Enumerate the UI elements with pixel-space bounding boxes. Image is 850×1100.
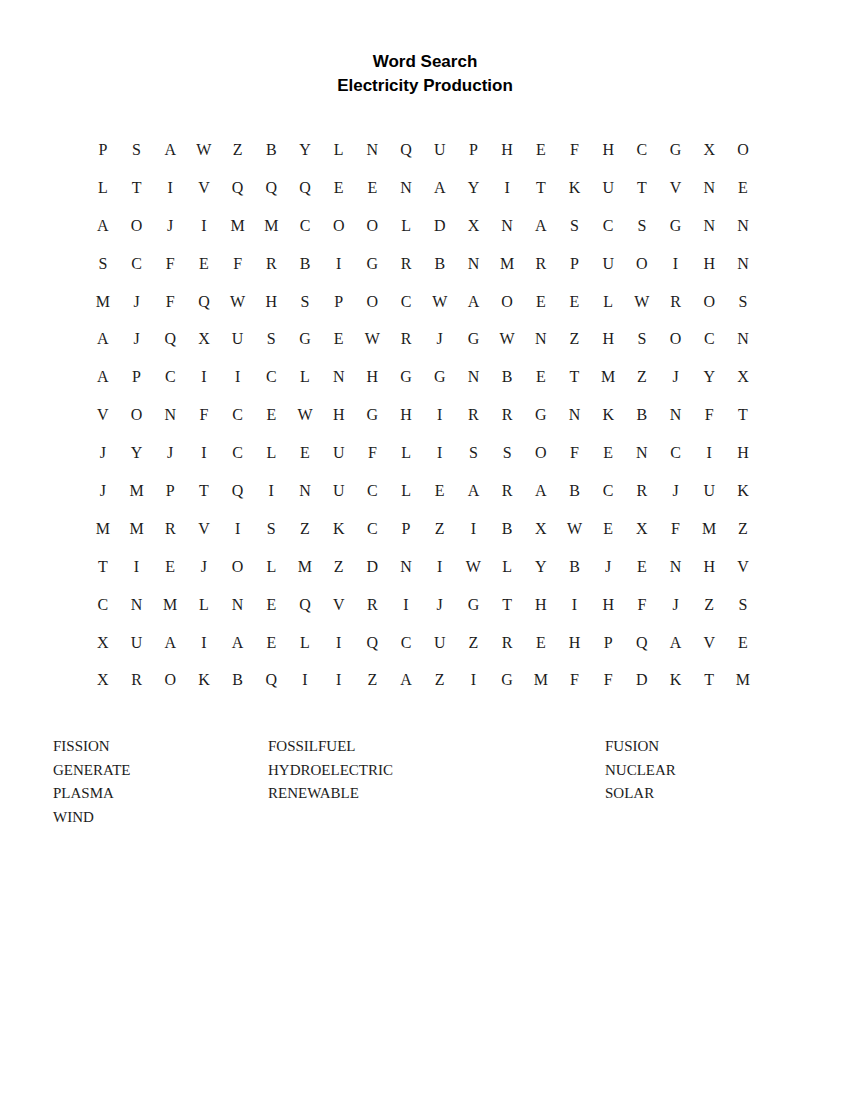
grid-cell-r12c8: Z <box>322 548 356 586</box>
grid-cell-r1c17: C <box>625 131 659 169</box>
grid-cell-r9c17: N <box>625 434 659 472</box>
grid-cell-r13c2: N <box>120 586 154 624</box>
grid-cell-r7c1: A <box>86 358 120 396</box>
grid-cell-r3c13: N <box>490 207 524 245</box>
grid-cell-r2c3: I <box>153 169 187 207</box>
grid-cell-r2c1: L <box>86 169 120 207</box>
grid-cell-r10c11: E <box>423 472 457 510</box>
grid-cell-r1c3: A <box>153 131 187 169</box>
grid-cell-r15c9: Z <box>356 661 390 699</box>
grid-cell-r14c17: Q <box>625 624 659 662</box>
grid-cell-r5c18: R <box>659 283 693 321</box>
grid-cell-r14c9: Q <box>356 624 390 662</box>
grid-cell-r12c17: E <box>625 548 659 586</box>
grid-cell-r6c7: G <box>288 320 322 358</box>
grid-cell-r1c2: S <box>120 131 154 169</box>
grid-cell-r10c15: B <box>558 472 592 510</box>
grid-cell-r14c7: L <box>288 624 322 662</box>
grid-cell-r15c13: G <box>490 661 524 699</box>
grid-cell-r4c20: N <box>726 245 760 283</box>
grid-cell-r2c11: A <box>423 169 457 207</box>
grid-cell-r1c15: F <box>558 131 592 169</box>
grid-cell-r15c10: A <box>389 661 423 699</box>
grid-cell-r3c15: S <box>558 207 592 245</box>
puzzle-title-line2: Electricity Production <box>0 74 850 98</box>
grid-cell-r10c8: U <box>322 472 356 510</box>
grid-cell-r12c9: D <box>356 548 390 586</box>
grid-cell-r9c19: I <box>692 434 726 472</box>
grid-cell-r3c14: A <box>524 207 558 245</box>
grid-cell-r1c6: B <box>254 131 288 169</box>
grid-cell-r7c17: Z <box>625 358 659 396</box>
grid-cell-r9c8: U <box>322 434 356 472</box>
word-item-plasma: PLASMA <box>53 782 131 806</box>
word-item-fission: FISSION <box>53 735 131 759</box>
grid-cell-r6c4: X <box>187 320 221 358</box>
grid-cell-r6c20: N <box>726 320 760 358</box>
word-list: FISSIONGENERATEPLASMAWINDFOSSILFUELHYDRO… <box>0 735 850 845</box>
grid-cell-r6c12: G <box>457 320 491 358</box>
grid-cell-r10c7: N <box>288 472 322 510</box>
grid-cell-r5c3: F <box>153 283 187 321</box>
grid-cell-r2c20: E <box>726 169 760 207</box>
grid-cell-r3c16: C <box>591 207 625 245</box>
grid-cell-r11c19: M <box>692 510 726 548</box>
grid-cell-r15c5: B <box>221 661 255 699</box>
grid-cell-r2c16: U <box>591 169 625 207</box>
grid-cell-r11c15: W <box>558 510 592 548</box>
grid-cell-r14c3: A <box>153 624 187 662</box>
grid-cell-r14c5: A <box>221 624 255 662</box>
grid-cell-r5c9: O <box>356 283 390 321</box>
grid-cell-r6c3: Q <box>153 320 187 358</box>
grid-cell-r12c5: O <box>221 548 255 586</box>
grid-cell-r15c14: M <box>524 661 558 699</box>
grid-cell-r1c1: P <box>86 131 120 169</box>
word-item-solar: SOLAR <box>605 782 676 806</box>
grid-cell-r14c14: E <box>524 624 558 662</box>
grid-cell-r10c16: C <box>591 472 625 510</box>
grid-cell-r4c11: B <box>423 245 457 283</box>
grid-cell-r9c20: H <box>726 434 760 472</box>
grid-cell-r7c3: C <box>153 358 187 396</box>
grid-cell-r3c12: X <box>457 207 491 245</box>
grid-cell-r13c17: F <box>625 586 659 624</box>
grid-cell-r11c12: I <box>457 510 491 548</box>
grid-cell-r10c1: J <box>86 472 120 510</box>
word-item-hydroelectric: HYDROELECTRIC <box>268 759 393 783</box>
grid-cell-r15c17: D <box>625 661 659 699</box>
grid-cell-r15c20: M <box>726 661 760 699</box>
grid-cell-r15c15: F <box>558 661 592 699</box>
grid-cell-r10c4: T <box>187 472 221 510</box>
grid-cell-r6c5: U <box>221 320 255 358</box>
grid-cell-r11c17: X <box>625 510 659 548</box>
grid-cell-r8c2: O <box>120 396 154 434</box>
grid-cell-r4c9: G <box>356 245 390 283</box>
grid-cell-r14c1: X <box>86 624 120 662</box>
grid-cell-r11c6: S <box>254 510 288 548</box>
grid-cell-r2c14: T <box>524 169 558 207</box>
grid-cell-r10c20: K <box>726 472 760 510</box>
grid-cell-r7c6: C <box>254 358 288 396</box>
grid-cell-r12c20: V <box>726 548 760 586</box>
grid-cell-r15c11: Z <box>423 661 457 699</box>
grid-cell-r13c16: H <box>591 586 625 624</box>
worksheet-page: Word Search Electricity Production PSAWZ… <box>0 0 850 1100</box>
grid-cell-r5c12: A <box>457 283 491 321</box>
grid-cell-r5c20: S <box>726 283 760 321</box>
grid-cell-r6c10: R <box>389 320 423 358</box>
grid-cell-r2c18: V <box>659 169 693 207</box>
grid-cell-r11c5: I <box>221 510 255 548</box>
word-item-nuclear: NUCLEAR <box>605 759 676 783</box>
grid-cell-r5c1: M <box>86 283 120 321</box>
grid-cell-r13c6: E <box>254 586 288 624</box>
grid-cell-r8c6: E <box>254 396 288 434</box>
grid-cell-r13c9: R <box>356 586 390 624</box>
grid-cell-r3c18: G <box>659 207 693 245</box>
grid-cell-r10c5: Q <box>221 472 255 510</box>
grid-cell-r8c1: V <box>86 396 120 434</box>
grid-cell-r6c1: A <box>86 320 120 358</box>
grid-cell-r6c11: J <box>423 320 457 358</box>
grid-cell-r15c3: O <box>153 661 187 699</box>
word-item-fusion: FUSION <box>605 735 676 759</box>
grid-cell-r7c12: N <box>457 358 491 396</box>
grid-cell-r1c11: U <box>423 131 457 169</box>
grid-cell-r13c4: L <box>187 586 221 624</box>
grid-cell-r3c17: S <box>625 207 659 245</box>
grid-cell-r2c19: N <box>692 169 726 207</box>
grid-cell-r4c16: U <box>591 245 625 283</box>
grid-cell-r2c4: V <box>187 169 221 207</box>
grid-cell-r3c20: N <box>726 207 760 245</box>
grid-cell-r15c4: K <box>187 661 221 699</box>
grid-cell-r12c10: N <box>389 548 423 586</box>
grid-cell-r8c4: F <box>187 396 221 434</box>
grid-cell-r13c13: T <box>490 586 524 624</box>
grid-cell-r14c8: I <box>322 624 356 662</box>
grid-cell-r4c15: P <box>558 245 592 283</box>
grid-cell-r8c15: N <box>558 396 592 434</box>
grid-cell-r4c18: I <box>659 245 693 283</box>
grid-cell-r9c4: I <box>187 434 221 472</box>
grid-cell-r15c8: I <box>322 661 356 699</box>
grid-cell-r2c2: T <box>120 169 154 207</box>
grid-cell-r7c16: M <box>591 358 625 396</box>
grid-cell-r5c13: O <box>490 283 524 321</box>
grid-cell-r6c2: J <box>120 320 154 358</box>
grid-cell-r12c1: T <box>86 548 120 586</box>
grid-cell-r9c5: C <box>221 434 255 472</box>
grid-cell-r3c2: O <box>120 207 154 245</box>
grid-cell-r2c9: E <box>356 169 390 207</box>
grid-cell-r12c19: H <box>692 548 726 586</box>
grid-cell-r13c3: M <box>153 586 187 624</box>
grid-cell-r12c16: J <box>591 548 625 586</box>
grid-cell-r12c15: B <box>558 548 592 586</box>
grid-cell-r5c8: P <box>322 283 356 321</box>
grid-cell-r14c16: P <box>591 624 625 662</box>
grid-cell-r10c9: C <box>356 472 390 510</box>
word-item-fossilfuel: FOSSILFUEL <box>268 735 393 759</box>
grid-cell-r11c4: V <box>187 510 221 548</box>
grid-cell-r5c2: J <box>120 283 154 321</box>
grid-cell-r12c6: L <box>254 548 288 586</box>
grid-cell-r1c7: Y <box>288 131 322 169</box>
grid-cell-r4c8: I <box>322 245 356 283</box>
grid-cell-r3c6: M <box>254 207 288 245</box>
grid-cell-r10c3: P <box>153 472 187 510</box>
grid-cell-r9c15: F <box>558 434 592 472</box>
grid-cell-r11c10: P <box>389 510 423 548</box>
grid-cell-r2c13: I <box>490 169 524 207</box>
grid-cell-r11c11: Z <box>423 510 457 548</box>
grid-cell-r8c10: H <box>389 396 423 434</box>
grid-cell-r8c19: F <box>692 396 726 434</box>
grid-cell-r4c17: O <box>625 245 659 283</box>
grid-cell-r9c6: L <box>254 434 288 472</box>
grid-cell-r14c20: E <box>726 624 760 662</box>
grid-cell-r11c9: C <box>356 510 390 548</box>
grid-cell-r7c10: G <box>389 358 423 396</box>
grid-cell-r15c6: Q <box>254 661 288 699</box>
grid-cell-r13c5: N <box>221 586 255 624</box>
grid-cell-r6c9: W <box>356 320 390 358</box>
grid-cell-r5c10: C <box>389 283 423 321</box>
grid-cell-r10c18: J <box>659 472 693 510</box>
grid-cell-r13c8: V <box>322 586 356 624</box>
grid-cell-r5c15: E <box>558 283 592 321</box>
grid-cell-r13c20: S <box>726 586 760 624</box>
grid-cell-r10c17: R <box>625 472 659 510</box>
grid-cell-r1c4: W <box>187 131 221 169</box>
grid-cell-r5c14: E <box>524 283 558 321</box>
grid-cell-r8c3: N <box>153 396 187 434</box>
grid-cell-r3c9: O <box>356 207 390 245</box>
grid-cell-r5c6: H <box>254 283 288 321</box>
grid-cell-r6c15: Z <box>558 320 592 358</box>
grid-cell-r5c17: W <box>625 283 659 321</box>
grid-cell-r4c13: M <box>490 245 524 283</box>
grid-cell-r9c11: I <box>423 434 457 472</box>
grid-cell-r2c17: T <box>625 169 659 207</box>
word-search-grid: PSAWZBYLNQUPHEFHCGXOLTIVQQQEENAYITKUTVNE… <box>86 131 760 699</box>
grid-cell-r4c19: H <box>692 245 726 283</box>
grid-cell-r7c9: H <box>356 358 390 396</box>
grid-cell-r3c3: J <box>153 207 187 245</box>
grid-cell-r10c12: A <box>457 472 491 510</box>
grid-cell-r3c11: D <box>423 207 457 245</box>
grid-cell-r4c3: F <box>153 245 187 283</box>
word-item-generate: GENERATE <box>53 759 131 783</box>
grid-cell-r3c10: L <box>389 207 423 245</box>
grid-cell-r13c11: J <box>423 586 457 624</box>
grid-cell-r12c18: N <box>659 548 693 586</box>
grid-cell-r6c16: H <box>591 320 625 358</box>
grid-cell-r7c15: T <box>558 358 592 396</box>
grid-cell-r6c17: S <box>625 320 659 358</box>
grid-cell-r2c12: Y <box>457 169 491 207</box>
grid-cell-r9c9: F <box>356 434 390 472</box>
grid-cell-r6c8: E <box>322 320 356 358</box>
grid-cell-r12c2: I <box>120 548 154 586</box>
grid-cell-r12c12: W <box>457 548 491 586</box>
grid-cell-r14c10: C <box>389 624 423 662</box>
grid-cell-r9c3: J <box>153 434 187 472</box>
grid-cell-r6c18: O <box>659 320 693 358</box>
grid-cell-r8c14: G <box>524 396 558 434</box>
grid-cell-r7c5: I <box>221 358 255 396</box>
grid-cell-r11c3: R <box>153 510 187 548</box>
grid-cell-r15c1: X <box>86 661 120 699</box>
grid-cell-r3c1: A <box>86 207 120 245</box>
grid-cell-r7c20: X <box>726 358 760 396</box>
grid-cell-r1c16: H <box>591 131 625 169</box>
grid-cell-r10c19: U <box>692 472 726 510</box>
grid-cell-r14c2: U <box>120 624 154 662</box>
grid-cell-r3c5: M <box>221 207 255 245</box>
grid-cell-r7c8: N <box>322 358 356 396</box>
grid-cell-r8c20: T <box>726 396 760 434</box>
grid-cell-r1c18: G <box>659 131 693 169</box>
grid-cell-r12c13: L <box>490 548 524 586</box>
grid-cell-r8c11: I <box>423 396 457 434</box>
word-list-column-2: FOSSILFUELHYDROELECTRICRENEWABLE <box>268 735 393 806</box>
grid-cell-r2c7: Q <box>288 169 322 207</box>
grid-cell-r10c2: M <box>120 472 154 510</box>
grid-cell-r11c1: M <box>86 510 120 548</box>
grid-cell-r14c11: U <box>423 624 457 662</box>
grid-cell-r14c15: H <box>558 624 592 662</box>
grid-cell-r2c6: Q <box>254 169 288 207</box>
grid-cell-r4c12: N <box>457 245 491 283</box>
grid-cell-r3c19: N <box>692 207 726 245</box>
grid-cell-r3c7: C <box>288 207 322 245</box>
word-list-column-1: FISSIONGENERATEPLASMAWIND <box>53 735 131 830</box>
grid-cell-r5c5: W <box>221 283 255 321</box>
grid-cell-r12c3: E <box>153 548 187 586</box>
grid-cell-r14c13: R <box>490 624 524 662</box>
grid-cell-r1c14: E <box>524 131 558 169</box>
grid-cell-r11c7: Z <box>288 510 322 548</box>
grid-cell-r9c2: Y <box>120 434 154 472</box>
grid-cell-r15c12: I <box>457 661 491 699</box>
grid-cell-r5c7: S <box>288 283 322 321</box>
grid-cell-r11c14: X <box>524 510 558 548</box>
grid-cell-r5c16: L <box>591 283 625 321</box>
grid-cell-r12c11: I <box>423 548 457 586</box>
grid-cell-r13c14: H <box>524 586 558 624</box>
grid-cell-r7c4: I <box>187 358 221 396</box>
grid-cell-r11c8: K <box>322 510 356 548</box>
grid-cell-r13c7: Q <box>288 586 322 624</box>
grid-cell-r15c18: K <box>659 661 693 699</box>
grid-cell-r13c18: J <box>659 586 693 624</box>
grid-cell-r8c9: G <box>356 396 390 434</box>
grid-cell-r13c19: Z <box>692 586 726 624</box>
puzzle-title: Word Search Electricity Production <box>0 50 850 98</box>
grid-cell-r9c13: S <box>490 434 524 472</box>
grid-cell-r11c20: Z <box>726 510 760 548</box>
grid-cell-r4c14: R <box>524 245 558 283</box>
grid-cell-r15c2: R <box>120 661 154 699</box>
grid-cell-r4c5: F <box>221 245 255 283</box>
grid-cell-r4c4: E <box>187 245 221 283</box>
grid-cell-r15c16: F <box>591 661 625 699</box>
grid-cell-r8c17: B <box>625 396 659 434</box>
grid-cell-r3c4: I <box>187 207 221 245</box>
grid-cell-r9c14: O <box>524 434 558 472</box>
grid-cell-r13c12: G <box>457 586 491 624</box>
grid-cell-r7c2: P <box>120 358 154 396</box>
grid-cell-r7c7: L <box>288 358 322 396</box>
grid-cell-r8c7: W <box>288 396 322 434</box>
grid-cell-r1c9: N <box>356 131 390 169</box>
grid-cell-r4c7: B <box>288 245 322 283</box>
grid-cell-r7c11: G <box>423 358 457 396</box>
grid-cell-r9c10: L <box>389 434 423 472</box>
grid-cell-r2c10: N <box>389 169 423 207</box>
puzzle-title-line1: Word Search <box>0 50 850 74</box>
grid-cell-r5c19: O <box>692 283 726 321</box>
grid-cell-r8c16: K <box>591 396 625 434</box>
grid-cell-r1c19: X <box>692 131 726 169</box>
grid-cell-r10c14: A <box>524 472 558 510</box>
grid-cell-r9c7: E <box>288 434 322 472</box>
grid-cell-r1c13: H <box>490 131 524 169</box>
grid-cell-r10c10: L <box>389 472 423 510</box>
grid-cell-r6c6: S <box>254 320 288 358</box>
grid-cell-r10c6: I <box>254 472 288 510</box>
grid-cell-r2c8: E <box>322 169 356 207</box>
grid-cell-r1c12: P <box>457 131 491 169</box>
grid-cell-r4c1: S <box>86 245 120 283</box>
grid-cell-r14c19: V <box>692 624 726 662</box>
grid-cell-r6c19: C <box>692 320 726 358</box>
grid-cell-r7c19: Y <box>692 358 726 396</box>
grid-cell-r5c11: W <box>423 283 457 321</box>
grid-cell-r8c12: R <box>457 396 491 434</box>
word-item-renewable: RENEWABLE <box>268 782 393 806</box>
grid-cell-r7c13: B <box>490 358 524 396</box>
grid-cell-r11c2: M <box>120 510 154 548</box>
grid-cell-r9c18: C <box>659 434 693 472</box>
grid-cell-r13c10: I <box>389 586 423 624</box>
grid-cell-r9c16: E <box>591 434 625 472</box>
grid-cell-r8c18: N <box>659 396 693 434</box>
grid-cell-r6c14: N <box>524 320 558 358</box>
grid-cell-r11c18: F <box>659 510 693 548</box>
word-item-wind: WIND <box>53 806 131 830</box>
grid-cell-r15c19: T <box>692 661 726 699</box>
grid-cell-r12c7: M <box>288 548 322 586</box>
grid-cell-r9c1: J <box>86 434 120 472</box>
grid-cell-r4c2: C <box>120 245 154 283</box>
grid-cell-r1c5: Z <box>221 131 255 169</box>
grid-cell-r7c14: E <box>524 358 558 396</box>
grid-cell-r14c4: I <box>187 624 221 662</box>
grid-cell-r9c12: S <box>457 434 491 472</box>
grid-cell-r8c8: H <box>322 396 356 434</box>
grid-cell-r2c15: K <box>558 169 592 207</box>
grid-cell-r6c13: W <box>490 320 524 358</box>
grid-cell-r11c16: E <box>591 510 625 548</box>
grid-cell-r14c18: A <box>659 624 693 662</box>
grid-cell-r14c6: E <box>254 624 288 662</box>
grid-cell-r2c5: Q <box>221 169 255 207</box>
